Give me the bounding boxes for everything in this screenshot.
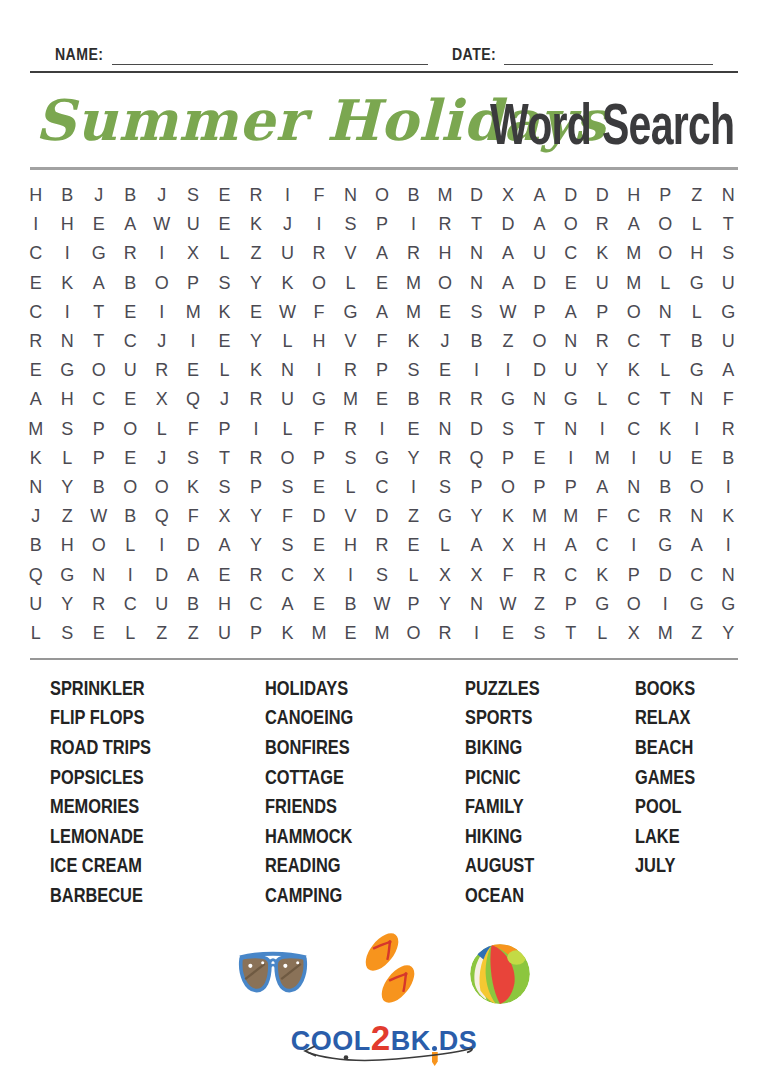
grid-cell-r9c16[interactable]: S (492, 415, 523, 444)
grid-cell-r16c16[interactable]: E (492, 619, 523, 648)
grid-cell-r3c22[interactable]: H (681, 239, 712, 268)
grid-cell-r8c15[interactable]: R (461, 385, 492, 414)
grid-cell-r2c14[interactable]: R (429, 210, 460, 239)
grid-cell-r16c14[interactable]: R (429, 619, 460, 648)
grid-cell-r3c20[interactable]: M (618, 239, 649, 268)
grid-cell-r1c5[interactable]: J (146, 181, 177, 210)
grid-cell-r13c18[interactable]: A (555, 531, 586, 560)
grid-cell-r10c11[interactable]: S (335, 444, 366, 473)
grid-cell-r7c7[interactable]: L (209, 356, 240, 385)
grid-cell-r5c10[interactable]: F (303, 298, 334, 327)
grid-cell-r1c12[interactable]: O (366, 181, 397, 210)
grid-cell-r9c12[interactable]: I (366, 415, 397, 444)
grid-cell-r14c20[interactable]: P (618, 560, 649, 589)
grid-cell-r6c22[interactable]: B (681, 327, 712, 356)
grid-cell-r13c22[interactable]: A (681, 531, 712, 560)
grid-cell-r12c18[interactable]: M (555, 502, 586, 531)
grid-cell-r4c23[interactable]: U (713, 269, 744, 298)
grid-cell-r11c7[interactable]: S (209, 473, 240, 502)
grid-cell-r4c20[interactable]: M (618, 269, 649, 298)
grid-cell-r12c8[interactable]: Y (240, 502, 271, 531)
grid-cell-r6c7[interactable]: E (209, 327, 240, 356)
grid-cell-r12c23[interactable]: K (713, 502, 744, 531)
grid-cell-r7c5[interactable]: R (146, 356, 177, 385)
grid-cell-r3c12[interactable]: A (366, 239, 397, 268)
grid-cell-r15c10[interactable]: E (303, 590, 334, 619)
grid-cell-r2c10[interactable]: I (303, 210, 334, 239)
grid-cell-r14c12[interactable]: S (366, 560, 397, 589)
grid-cell-r2c1[interactable]: I (20, 210, 51, 239)
grid-cell-r6c6[interactable]: I (177, 327, 208, 356)
grid-cell-r15c7[interactable]: H (209, 590, 240, 619)
grid-cell-r6c10[interactable]: H (303, 327, 334, 356)
grid-cell-r13c5[interactable]: I (146, 531, 177, 560)
grid-cell-r4c16[interactable]: A (492, 269, 523, 298)
grid-cell-r7c13[interactable]: S (398, 356, 429, 385)
grid-cell-r1c13[interactable]: B (398, 181, 429, 210)
grid-cell-r1c23[interactable]: N (713, 181, 744, 210)
grid-cell-r16c13[interactable]: O (398, 619, 429, 648)
grid-cell-r9c15[interactable]: D (461, 415, 492, 444)
grid-cell-r2c16[interactable]: D (492, 210, 523, 239)
grid-cell-r11c9[interactable]: S (272, 473, 303, 502)
grid-cell-r8c11[interactable]: M (335, 385, 366, 414)
grid-cell-r6c15[interactable]: B (461, 327, 492, 356)
grid-cell-r8c16[interactable]: G (492, 385, 523, 414)
grid-cell-r9c14[interactable]: N (429, 415, 460, 444)
grid-cell-r6c13[interactable]: K (398, 327, 429, 356)
grid-cell-r16c22[interactable]: Z (681, 619, 712, 648)
grid-cell-r5c19[interactable]: P (587, 298, 618, 327)
grid-cell-r4c9[interactable]: K (272, 269, 303, 298)
grid-cell-r3c4[interactable]: R (114, 239, 145, 268)
grid-cell-r6c8[interactable]: Y (240, 327, 271, 356)
grid-cell-r7c4[interactable]: U (114, 356, 145, 385)
grid-cell-r15c4[interactable]: C (114, 590, 145, 619)
grid-cell-r4c15[interactable]: N (461, 269, 492, 298)
grid-cell-r8c10[interactable]: G (303, 385, 334, 414)
grid-cell-r11c5[interactable]: O (146, 473, 177, 502)
grid-cell-r14c4[interactable]: I (114, 560, 145, 589)
grid-cell-r6c16[interactable]: Z (492, 327, 523, 356)
grid-cell-r10c8[interactable]: R (240, 444, 271, 473)
grid-cell-r6c20[interactable]: C (618, 327, 649, 356)
grid-cell-r8c17[interactable]: N (524, 385, 555, 414)
grid-cell-r15c23[interactable]: G (713, 590, 744, 619)
grid-cell-r5c4[interactable]: E (114, 298, 145, 327)
grid-cell-r16c19[interactable]: L (587, 619, 618, 648)
grid-cell-r10c10[interactable]: P (303, 444, 334, 473)
grid-cell-r16c20[interactable]: X (618, 619, 649, 648)
grid-cell-r10c17[interactable]: E (524, 444, 555, 473)
date-fill-line[interactable] (504, 64, 713, 65)
grid-cell-r12c6[interactable]: F (177, 502, 208, 531)
grid-cell-r12c14[interactable]: G (429, 502, 460, 531)
grid-cell-r7c23[interactable]: A (713, 356, 744, 385)
grid-cell-r7c14[interactable]: E (429, 356, 460, 385)
grid-cell-r9c3[interactable]: P (83, 415, 114, 444)
grid-cell-r15c13[interactable]: P (398, 590, 429, 619)
grid-cell-r15c16[interactable]: W (492, 590, 523, 619)
grid-cell-r7c10[interactable]: I (303, 356, 334, 385)
grid-cell-r4c22[interactable]: G (681, 269, 712, 298)
grid-cell-r13c23[interactable]: I (713, 531, 744, 560)
grid-cell-r5c22[interactable]: L (681, 298, 712, 327)
grid-cell-r2c9[interactable]: J (272, 210, 303, 239)
grid-cell-r7c21[interactable]: L (650, 356, 681, 385)
grid-cell-r12c22[interactable]: N (681, 502, 712, 531)
grid-cell-r16c4[interactable]: L (114, 619, 145, 648)
grid-cell-r10c5[interactable]: J (146, 444, 177, 473)
grid-cell-r10c13[interactable]: Y (398, 444, 429, 473)
grid-cell-r9c21[interactable]: K (650, 415, 681, 444)
grid-cell-r7c8[interactable]: K (240, 356, 271, 385)
grid-cell-r3c8[interactable]: Z (240, 239, 271, 268)
grid-cell-r7c9[interactable]: N (272, 356, 303, 385)
grid-cell-r15c19[interactable]: G (587, 590, 618, 619)
grid-cell-r10c7[interactable]: T (209, 444, 240, 473)
grid-cell-r3c19[interactable]: K (587, 239, 618, 268)
grid-cell-r7c3[interactable]: O (83, 356, 114, 385)
grid-cell-r9c7[interactable]: P (209, 415, 240, 444)
grid-cell-r8c14[interactable]: R (429, 385, 460, 414)
grid-cell-r15c12[interactable]: W (366, 590, 397, 619)
grid-cell-r4c10[interactable]: O (303, 269, 334, 298)
grid-cell-r16c21[interactable]: M (650, 619, 681, 648)
grid-cell-r10c23[interactable]: B (713, 444, 744, 473)
grid-cell-r15c6[interactable]: B (177, 590, 208, 619)
grid-cell-r15c20[interactable]: O (618, 590, 649, 619)
grid-cell-r13c13[interactable]: E (398, 531, 429, 560)
grid-cell-r7c12[interactable]: P (366, 356, 397, 385)
grid-cell-r3c7[interactable]: L (209, 239, 240, 268)
grid-cell-r15c5[interactable]: U (146, 590, 177, 619)
grid-cell-r9c5[interactable]: L (146, 415, 177, 444)
grid-cell-r12c17[interactable]: M (524, 502, 555, 531)
grid-cell-r12c10[interactable]: D (303, 502, 334, 531)
grid-cell-r16c5[interactable]: Z (146, 619, 177, 648)
grid-cell-r14c17[interactable]: R (524, 560, 555, 589)
grid-cell-r2c8[interactable]: K (240, 210, 271, 239)
grid-cell-r4c3[interactable]: A (83, 269, 114, 298)
grid-cell-r10c16[interactable]: P (492, 444, 523, 473)
grid-cell-r7c17[interactable]: D (524, 356, 555, 385)
grid-cell-r11c1[interactable]: N (20, 473, 51, 502)
grid-cell-r6c14[interactable]: J (429, 327, 460, 356)
grid-cell-r5c14[interactable]: E (429, 298, 460, 327)
grid-cell-r8c8[interactable]: R (240, 385, 271, 414)
grid-cell-r9c19[interactable]: I (587, 415, 618, 444)
grid-cell-r6c19[interactable]: R (587, 327, 618, 356)
grid-cell-r2c20[interactable]: A (618, 210, 649, 239)
grid-cell-r7c18[interactable]: U (555, 356, 586, 385)
grid-cell-r4c8[interactable]: Y (240, 269, 271, 298)
grid-cell-r15c8[interactable]: C (240, 590, 271, 619)
grid-cell-r16c6[interactable]: Z (177, 619, 208, 648)
grid-cell-r1c1[interactable]: H (20, 181, 51, 210)
grid-cell-r4c4[interactable]: B (114, 269, 145, 298)
grid-cell-r16c12[interactable]: M (366, 619, 397, 648)
grid-cell-r15c21[interactable]: I (650, 590, 681, 619)
grid-cell-r15c9[interactable]: A (272, 590, 303, 619)
grid-cell-r5c3[interactable]: T (83, 298, 114, 327)
grid-cell-r7c2[interactable]: G (51, 356, 82, 385)
grid-cell-r16c17[interactable]: S (524, 619, 555, 648)
grid-cell-r13c8[interactable]: Y (240, 531, 271, 560)
grid-cell-r5c5[interactable]: I (146, 298, 177, 327)
grid-cell-r11c20[interactable]: N (618, 473, 649, 502)
grid-cell-r5c12[interactable]: A (366, 298, 397, 327)
grid-cell-r4c1[interactable]: E (20, 269, 51, 298)
grid-cell-r12c11[interactable]: V (335, 502, 366, 531)
grid-cell-r13c3[interactable]: O (83, 531, 114, 560)
grid-cell-r16c2[interactable]: S (51, 619, 82, 648)
grid-cell-r9c10[interactable]: F (303, 415, 334, 444)
grid-cell-r10c12[interactable]: G (366, 444, 397, 473)
grid-cell-r13c21[interactable]: G (650, 531, 681, 560)
grid-cell-r13c14[interactable]: L (429, 531, 460, 560)
grid-cell-r13c10[interactable]: E (303, 531, 334, 560)
grid-cell-r10c4[interactable]: E (114, 444, 145, 473)
grid-cell-r15c11[interactable]: B (335, 590, 366, 619)
grid-cell-r3c3[interactable]: G (83, 239, 114, 268)
grid-cell-r5c6[interactable]: M (177, 298, 208, 327)
grid-cell-r16c3[interactable]: E (83, 619, 114, 648)
grid-cell-r3c13[interactable]: R (398, 239, 429, 268)
grid-cell-r11c11[interactable]: L (335, 473, 366, 502)
grid-cell-r9c20[interactable]: C (618, 415, 649, 444)
grid-cell-r5c1[interactable]: C (20, 298, 51, 327)
grid-cell-r16c10[interactable]: M (303, 619, 334, 648)
grid-cell-r5c9[interactable]: W (272, 298, 303, 327)
grid-cell-r1c19[interactable]: D (587, 181, 618, 210)
grid-cell-r13c15[interactable]: A (461, 531, 492, 560)
grid-cell-r11c22[interactable]: O (681, 473, 712, 502)
grid-cell-r6c23[interactable]: U (713, 327, 744, 356)
grid-cell-r1c15[interactable]: D (461, 181, 492, 210)
grid-cell-r3c10[interactable]: R (303, 239, 334, 268)
grid-cell-r9c1[interactable]: M (20, 415, 51, 444)
grid-cell-r4c21[interactable]: L (650, 269, 681, 298)
grid-cell-r5c16[interactable]: W (492, 298, 523, 327)
grid-cell-r12c16[interactable]: K (492, 502, 523, 531)
grid-cell-r1c16[interactable]: X (492, 181, 523, 210)
grid-cell-r14c9[interactable]: C (272, 560, 303, 589)
grid-cell-r11c16[interactable]: O (492, 473, 523, 502)
grid-cell-r6c1[interactable]: R (20, 327, 51, 356)
grid-cell-r7c6[interactable]: E (177, 356, 208, 385)
grid-cell-r9c22[interactable]: I (681, 415, 712, 444)
grid-cell-r5c15[interactable]: S (461, 298, 492, 327)
grid-cell-r14c6[interactable]: A (177, 560, 208, 589)
grid-cell-r15c15[interactable]: N (461, 590, 492, 619)
grid-cell-r10c18[interactable]: I (555, 444, 586, 473)
grid-cell-r14c1[interactable]: Q (20, 560, 51, 589)
grid-cell-r11c2[interactable]: Y (51, 473, 82, 502)
grid-cell-r14c18[interactable]: C (555, 560, 586, 589)
grid-cell-r13c1[interactable]: B (20, 531, 51, 560)
grid-cell-r5c18[interactable]: A (555, 298, 586, 327)
grid-cell-r8c7[interactable]: J (209, 385, 240, 414)
grid-cell-r11c18[interactable]: P (555, 473, 586, 502)
grid-cell-r5c2[interactable]: I (51, 298, 82, 327)
grid-cell-r3c21[interactable]: O (650, 239, 681, 268)
grid-cell-r14c3[interactable]: N (83, 560, 114, 589)
grid-cell-r16c23[interactable]: Y (713, 619, 744, 648)
grid-cell-r10c19[interactable]: M (587, 444, 618, 473)
grid-cell-r5c17[interactable]: P (524, 298, 555, 327)
grid-cell-r16c7[interactable]: U (209, 619, 240, 648)
grid-cell-r9c4[interactable]: O (114, 415, 145, 444)
grid-cell-r12c3[interactable]: W (83, 502, 114, 531)
grid-cell-r2c3[interactable]: E (83, 210, 114, 239)
grid-cell-r13c16[interactable]: X (492, 531, 523, 560)
grid-cell-r11c19[interactable]: A (587, 473, 618, 502)
grid-cell-r13c20[interactable]: I (618, 531, 649, 560)
grid-cell-r10c9[interactable]: O (272, 444, 303, 473)
grid-cell-r8c18[interactable]: G (555, 385, 586, 414)
grid-cell-r13c2[interactable]: H (51, 531, 82, 560)
grid-cell-r10c21[interactable]: U (650, 444, 681, 473)
grid-cell-r12c5[interactable]: Q (146, 502, 177, 531)
grid-cell-r10c15[interactable]: Q (461, 444, 492, 473)
grid-cell-r14c22[interactable]: C (681, 560, 712, 589)
grid-cell-r15c17[interactable]: Z (524, 590, 555, 619)
grid-cell-r7c19[interactable]: Y (587, 356, 618, 385)
grid-cell-r16c1[interactable]: L (20, 619, 51, 648)
grid-cell-r12c13[interactable]: Z (398, 502, 429, 531)
grid-cell-r9c2[interactable]: S (51, 415, 82, 444)
grid-cell-r11c13[interactable]: I (398, 473, 429, 502)
grid-cell-r9c6[interactable]: F (177, 415, 208, 444)
grid-cell-r5c21[interactable]: N (650, 298, 681, 327)
grid-cell-r12c19[interactable]: F (587, 502, 618, 531)
grid-cell-r14c10[interactable]: X (303, 560, 334, 589)
grid-cell-r8c2[interactable]: H (51, 385, 82, 414)
grid-cell-r1c14[interactable]: M (429, 181, 460, 210)
grid-cell-r11c17[interactable]: P (524, 473, 555, 502)
grid-cell-r8c22[interactable]: N (681, 385, 712, 414)
grid-cell-r13c6[interactable]: D (177, 531, 208, 560)
grid-cell-r11c4[interactable]: O (114, 473, 145, 502)
grid-cell-r1c22[interactable]: Z (681, 181, 712, 210)
grid-cell-r2c6[interactable]: U (177, 210, 208, 239)
grid-cell-r14c2[interactable]: G (51, 560, 82, 589)
grid-cell-r12c21[interactable]: R (650, 502, 681, 531)
grid-cell-r15c14[interactable]: Y (429, 590, 460, 619)
grid-cell-r15c22[interactable]: G (681, 590, 712, 619)
grid-cell-r15c18[interactable]: P (555, 590, 586, 619)
grid-cell-r3c16[interactable]: A (492, 239, 523, 268)
grid-cell-r7c11[interactable]: R (335, 356, 366, 385)
grid-cell-r1c18[interactable]: D (555, 181, 586, 210)
grid-cell-r15c3[interactable]: R (83, 590, 114, 619)
grid-cell-r7c1[interactable]: E (20, 356, 51, 385)
grid-cell-r1c7[interactable]: E (209, 181, 240, 210)
grid-cell-r10c20[interactable]: I (618, 444, 649, 473)
grid-cell-r3c23[interactable]: S (713, 239, 744, 268)
grid-cell-r6c9[interactable]: L (272, 327, 303, 356)
grid-cell-r1c8[interactable]: R (240, 181, 271, 210)
grid-cell-r3c1[interactable]: C (20, 239, 51, 268)
grid-cell-r8c5[interactable]: X (146, 385, 177, 414)
grid-cell-r6c2[interactable]: N (51, 327, 82, 356)
grid-cell-r16c15[interactable]: I (461, 619, 492, 648)
grid-cell-r12c7[interactable]: X (209, 502, 240, 531)
grid-cell-r2c13[interactable]: I (398, 210, 429, 239)
grid-cell-r8c1[interactable]: A (20, 385, 51, 414)
grid-cell-r4c19[interactable]: U (587, 269, 618, 298)
grid-cell-r8c20[interactable]: C (618, 385, 649, 414)
name-fill-line[interactable] (112, 64, 428, 65)
grid-cell-r16c8[interactable]: P (240, 619, 271, 648)
grid-cell-r2c2[interactable]: H (51, 210, 82, 239)
grid-cell-r4c17[interactable]: D (524, 269, 555, 298)
grid-cell-r5c8[interactable]: E (240, 298, 271, 327)
grid-cell-r8c6[interactable]: Q (177, 385, 208, 414)
grid-cell-r12c15[interactable]: Y (461, 502, 492, 531)
grid-cell-r2c23[interactable]: T (713, 210, 744, 239)
grid-cell-r6c18[interactable]: N (555, 327, 586, 356)
grid-cell-r4c2[interactable]: K (51, 269, 82, 298)
grid-cell-r13c7[interactable]: A (209, 531, 240, 560)
grid-cell-r1c3[interactable]: J (83, 181, 114, 210)
grid-cell-r3c17[interactable]: U (524, 239, 555, 268)
grid-cell-r12c9[interactable]: F (272, 502, 303, 531)
grid-cell-r3c6[interactable]: X (177, 239, 208, 268)
grid-cell-r6c4[interactable]: C (114, 327, 145, 356)
grid-cell-r13c9[interactable]: S (272, 531, 303, 560)
grid-cell-r2c17[interactable]: A (524, 210, 555, 239)
grid-cell-r12c20[interactable]: C (618, 502, 649, 531)
grid-cell-r3c5[interactable]: I (146, 239, 177, 268)
grid-cell-r11c6[interactable]: K (177, 473, 208, 502)
grid-cell-r14c23[interactable]: N (713, 560, 744, 589)
grid-cell-r1c11[interactable]: N (335, 181, 366, 210)
grid-cell-r11c8[interactable]: P (240, 473, 271, 502)
grid-cell-r10c2[interactable]: L (51, 444, 82, 473)
grid-cell-r11c14[interactable]: S (429, 473, 460, 502)
grid-cell-r3c9[interactable]: U (272, 239, 303, 268)
grid-cell-r14c14[interactable]: X (429, 560, 460, 589)
grid-cell-r5c23[interactable]: G (713, 298, 744, 327)
grid-cell-r11c23[interactable]: I (713, 473, 744, 502)
grid-cell-r15c2[interactable]: Y (51, 590, 82, 619)
grid-cell-r7c20[interactable]: K (618, 356, 649, 385)
grid-cell-r9c18[interactable]: N (555, 415, 586, 444)
grid-cell-r11c10[interactable]: E (303, 473, 334, 502)
grid-cell-r14c16[interactable]: F (492, 560, 523, 589)
grid-cell-r4c18[interactable]: E (555, 269, 586, 298)
grid-cell-r8c9[interactable]: U (272, 385, 303, 414)
grid-cell-r1c9[interactable]: I (272, 181, 303, 210)
grid-cell-r4c14[interactable]: O (429, 269, 460, 298)
grid-cell-r2c21[interactable]: O (650, 210, 681, 239)
grid-cell-r11c21[interactable]: B (650, 473, 681, 502)
grid-cell-r11c12[interactable]: C (366, 473, 397, 502)
grid-cell-r5c11[interactable]: G (335, 298, 366, 327)
grid-cell-r14c15[interactable]: X (461, 560, 492, 589)
grid-cell-r5c7[interactable]: K (209, 298, 240, 327)
grid-cell-r12c4[interactable]: B (114, 502, 145, 531)
grid-cell-r3c2[interactable]: I (51, 239, 82, 268)
grid-cell-r2c4[interactable]: A (114, 210, 145, 239)
grid-cell-r8c23[interactable]: F (713, 385, 744, 414)
grid-cell-r12c2[interactable]: Z (51, 502, 82, 531)
grid-cell-r16c11[interactable]: E (335, 619, 366, 648)
grid-cell-r2c22[interactable]: L (681, 210, 712, 239)
grid-cell-r4c5[interactable]: O (146, 269, 177, 298)
